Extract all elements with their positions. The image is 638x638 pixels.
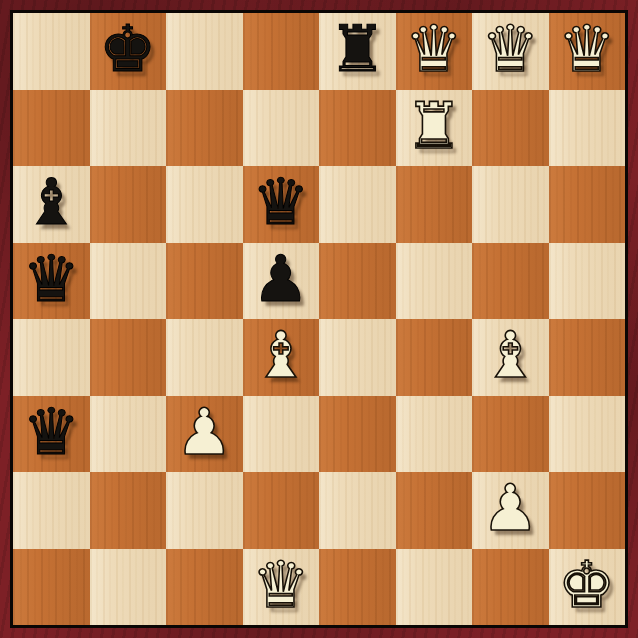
square-d5[interactable]: ♟ xyxy=(243,243,320,320)
square-a6[interactable]: ♝ xyxy=(13,166,90,243)
square-e4[interactable] xyxy=(319,319,396,396)
square-f1[interactable] xyxy=(396,549,473,626)
square-a4[interactable] xyxy=(13,319,90,396)
square-g2[interactable]: ♟ xyxy=(472,472,549,549)
white-rook[interactable]: ♜ xyxy=(405,94,462,158)
square-b4[interactable] xyxy=(90,319,167,396)
square-b5[interactable] xyxy=(90,243,167,320)
square-b3[interactable] xyxy=(90,396,167,473)
square-h5[interactable] xyxy=(549,243,626,320)
square-f6[interactable] xyxy=(396,166,473,243)
square-c6[interactable] xyxy=(166,166,243,243)
white-queen[interactable]: ♛ xyxy=(252,553,309,617)
black-pawn[interactable]: ♟ xyxy=(252,247,309,311)
square-d6[interactable]: ♛ xyxy=(243,166,320,243)
square-a2[interactable] xyxy=(13,472,90,549)
square-f3[interactable] xyxy=(396,396,473,473)
square-a7[interactable] xyxy=(13,90,90,167)
square-d1[interactable]: ♛ xyxy=(243,549,320,626)
square-e8[interactable]: ♜ xyxy=(319,13,396,90)
square-h2[interactable] xyxy=(549,472,626,549)
black-queen[interactable]: ♛ xyxy=(252,170,309,234)
square-h6[interactable] xyxy=(549,166,626,243)
square-b2[interactable] xyxy=(90,472,167,549)
square-c7[interactable] xyxy=(166,90,243,167)
square-c4[interactable] xyxy=(166,319,243,396)
square-c5[interactable] xyxy=(166,243,243,320)
square-c2[interactable] xyxy=(166,472,243,549)
square-a5[interactable]: ♛ xyxy=(13,243,90,320)
square-f7[interactable]: ♜ xyxy=(396,90,473,167)
white-king[interactable]: ♚ xyxy=(558,553,615,617)
black-queen[interactable]: ♛ xyxy=(23,400,80,464)
board-frame: ♚♜♛♛♛♜♝♛♛♟♝♝♛♟♟♛♚ xyxy=(0,0,638,638)
square-g8[interactable]: ♛ xyxy=(472,13,549,90)
white-queen[interactable]: ♛ xyxy=(405,17,462,81)
square-h7[interactable] xyxy=(549,90,626,167)
square-h1[interactable]: ♚ xyxy=(549,549,626,626)
square-c3[interactable]: ♟ xyxy=(166,396,243,473)
square-d8[interactable] xyxy=(243,13,320,90)
square-e1[interactable] xyxy=(319,549,396,626)
square-g7[interactable] xyxy=(472,90,549,167)
square-h8[interactable]: ♛ xyxy=(549,13,626,90)
square-f5[interactable] xyxy=(396,243,473,320)
black-queen[interactable]: ♛ xyxy=(23,247,80,311)
square-e7[interactable] xyxy=(319,90,396,167)
square-c1[interactable] xyxy=(166,549,243,626)
square-b8[interactable]: ♚ xyxy=(90,13,167,90)
square-f8[interactable]: ♛ xyxy=(396,13,473,90)
square-e2[interactable] xyxy=(319,472,396,549)
square-a1[interactable] xyxy=(13,549,90,626)
square-h4[interactable] xyxy=(549,319,626,396)
white-queen[interactable]: ♛ xyxy=(482,17,539,81)
square-b7[interactable] xyxy=(90,90,167,167)
black-king[interactable]: ♚ xyxy=(99,17,156,81)
square-g3[interactable] xyxy=(472,396,549,473)
black-bishop[interactable]: ♝ xyxy=(23,170,80,234)
square-d7[interactable] xyxy=(243,90,320,167)
square-a3[interactable]: ♛ xyxy=(13,396,90,473)
square-a8[interactable] xyxy=(13,13,90,90)
square-c8[interactable] xyxy=(166,13,243,90)
chess-board: ♚♜♛♛♛♜♝♛♛♟♝♝♛♟♟♛♚ xyxy=(10,10,628,628)
square-e5[interactable] xyxy=(319,243,396,320)
square-d3[interactable] xyxy=(243,396,320,473)
white-queen[interactable]: ♛ xyxy=(558,17,615,81)
white-bishop[interactable]: ♝ xyxy=(252,323,309,387)
square-f4[interactable] xyxy=(396,319,473,396)
square-g6[interactable] xyxy=(472,166,549,243)
square-d2[interactable] xyxy=(243,472,320,549)
square-g4[interactable]: ♝ xyxy=(472,319,549,396)
square-h3[interactable] xyxy=(549,396,626,473)
white-pawn[interactable]: ♟ xyxy=(176,400,233,464)
square-d4[interactable]: ♝ xyxy=(243,319,320,396)
square-b6[interactable] xyxy=(90,166,167,243)
white-pawn[interactable]: ♟ xyxy=(482,476,539,540)
square-f2[interactable] xyxy=(396,472,473,549)
square-b1[interactable] xyxy=(90,549,167,626)
square-g1[interactable] xyxy=(472,549,549,626)
square-e6[interactable] xyxy=(319,166,396,243)
square-g5[interactable] xyxy=(472,243,549,320)
white-bishop[interactable]: ♝ xyxy=(482,323,539,387)
black-rook[interactable]: ♜ xyxy=(329,17,386,81)
square-e3[interactable] xyxy=(319,396,396,473)
